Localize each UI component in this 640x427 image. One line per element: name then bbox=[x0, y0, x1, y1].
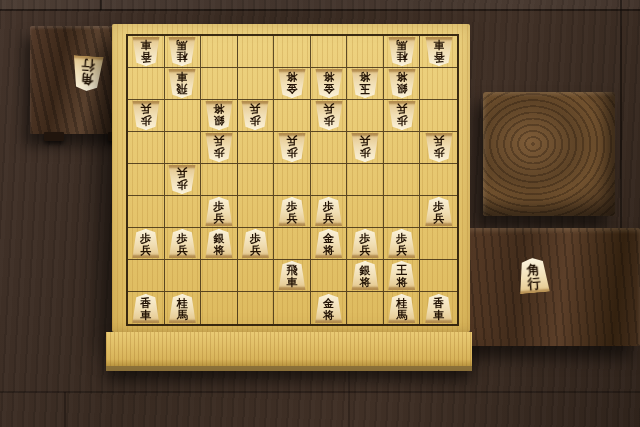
piece-kanji-char: 金 bbox=[323, 233, 334, 245]
piece-kanji-char: 歩 bbox=[250, 115, 261, 127]
piece-kanji: 金将 bbox=[323, 71, 334, 94]
piece-kanji-char: 兵 bbox=[433, 213, 444, 225]
piece-kanji-char: 金 bbox=[286, 83, 297, 95]
piece-kanji: 歩兵 bbox=[250, 233, 261, 256]
piece-kanji-char: 飛 bbox=[286, 265, 297, 277]
sente-piece-pawn[interactable]: 歩兵 bbox=[132, 229, 160, 258]
board-cell-6a[interactable] bbox=[238, 36, 275, 68]
board-cell-8g[interactable]: 歩兵 bbox=[165, 228, 202, 260]
piece-kanji: 金将 bbox=[323, 298, 334, 321]
piece-kanji-char: 歩 bbox=[433, 147, 444, 159]
piece-kanji-char: 歩 bbox=[396, 115, 407, 127]
board-cell-4i[interactable]: 金将 bbox=[311, 292, 348, 324]
board-cell-2c[interactable]: 歩兵 bbox=[384, 100, 421, 132]
piece-kanji-char: 将 bbox=[323, 71, 334, 83]
board-cell-5b[interactable]: 金将 bbox=[274, 68, 311, 100]
piece-kanji-char: 将 bbox=[213, 245, 224, 257]
board-cell-4g[interactable]: 金将 bbox=[311, 228, 348, 260]
board-cell-6i[interactable] bbox=[238, 292, 275, 324]
board-cell-3c[interactable] bbox=[347, 100, 384, 132]
piece-kanji: 王将 bbox=[396, 265, 407, 288]
board-cell-4h[interactable] bbox=[311, 260, 348, 292]
board-cell-8a[interactable]: 桂馬 bbox=[165, 36, 202, 68]
piece-kanji: 金将 bbox=[286, 71, 297, 94]
piece-kanji-char: 兵 bbox=[213, 135, 224, 147]
piece-kanji: 銀将 bbox=[213, 103, 224, 126]
piece-kanji-char: 玉 bbox=[360, 83, 371, 95]
sente-komadai: 角 行 bbox=[468, 228, 640, 346]
board-cell-9d[interactable] bbox=[128, 132, 165, 164]
board-cell-9c[interactable]: 歩兵 bbox=[128, 100, 165, 132]
piece-kanji-char: 歩 bbox=[250, 233, 261, 245]
piece-kanji: 歩兵 bbox=[433, 201, 444, 224]
piece-kanji: 香車 bbox=[433, 298, 444, 321]
piece-kanji: 歩兵 bbox=[177, 167, 188, 190]
gote-piece-silver[interactable]: 銀将 bbox=[205, 101, 233, 130]
board-cell-3g[interactable]: 歩兵 bbox=[347, 228, 384, 260]
board-cell-6g[interactable]: 歩兵 bbox=[238, 228, 275, 260]
board-cell-5g[interactable] bbox=[274, 228, 311, 260]
board-cell-6c[interactable]: 歩兵 bbox=[238, 100, 275, 132]
piece-kanji-char: 車 bbox=[177, 71, 188, 83]
piece-kanji-char: 将 bbox=[213, 103, 224, 115]
board-cell-4d[interactable] bbox=[311, 132, 348, 164]
board-cell-8h[interactable] bbox=[165, 260, 202, 292]
board-cell-5i[interactable] bbox=[274, 292, 311, 324]
board-cell-7g[interactable]: 銀将 bbox=[201, 228, 238, 260]
board-cell-2b[interactable]: 銀将 bbox=[384, 68, 421, 100]
board-cell-2a[interactable]: 桂馬 bbox=[384, 36, 421, 68]
piece-kanji: 歩兵 bbox=[140, 233, 151, 256]
gote-piece-pawn[interactable]: 歩兵 bbox=[241, 101, 269, 130]
board-front-edge bbox=[106, 332, 472, 371]
piece-kanji-char: 馬 bbox=[396, 310, 407, 322]
board-cell-8e[interactable]: 歩兵 bbox=[165, 164, 202, 196]
sente-piece-gold[interactable]: 金将 bbox=[315, 294, 343, 323]
board-cell-1h[interactable] bbox=[420, 260, 457, 292]
piece-kanji: 銀将 bbox=[360, 265, 371, 288]
table-surface: 角 行 角 行 香車桂馬桂馬香車飛車金将金将玉将銀将歩兵銀将歩兵歩兵歩兵歩兵歩兵… bbox=[0, 0, 640, 427]
sente-hand-piece-bishop[interactable]: 角 行 bbox=[517, 257, 551, 295]
gote-piece-lance[interactable]: 香車 bbox=[132, 37, 160, 66]
piece-kanji-bottom: 行 bbox=[527, 276, 541, 291]
board-cell-4a[interactable] bbox=[311, 36, 348, 68]
piece-kanji-char: 兵 bbox=[433, 135, 444, 147]
gote-piece-gold[interactable]: 金将 bbox=[315, 69, 343, 98]
piece-kanji-char: 兵 bbox=[213, 213, 224, 225]
sente-piece-pawn[interactable]: 歩兵 bbox=[278, 197, 306, 226]
piece-kanji: 歩兵 bbox=[213, 135, 224, 158]
board-cell-8d[interactable] bbox=[165, 132, 202, 164]
board-cell-1i[interactable]: 香車 bbox=[420, 292, 457, 324]
gote-piece-pawn[interactable]: 歩兵 bbox=[278, 133, 306, 162]
sente-piece-pawn[interactable]: 歩兵 bbox=[205, 197, 233, 226]
piece-kanji: 銀将 bbox=[213, 233, 224, 256]
piece-kanji-char: 飛 bbox=[177, 83, 188, 95]
piece-kanji-char: 歩 bbox=[177, 233, 188, 245]
piece-kanji-char: 銀 bbox=[213, 233, 224, 245]
board-cell-2f[interactable] bbox=[384, 196, 421, 228]
board-cell-5a[interactable] bbox=[274, 36, 311, 68]
piece-kanji-char: 将 bbox=[396, 277, 407, 289]
piece-kanji: 角 行 bbox=[526, 262, 541, 290]
piece-kanji-char: 兵 bbox=[140, 245, 151, 257]
piece-kanji: 歩兵 bbox=[177, 233, 188, 256]
piece-kanji-char: 兵 bbox=[323, 103, 334, 115]
piece-kanji-char: 香 bbox=[433, 298, 444, 310]
board-cell-3h[interactable]: 銀将 bbox=[347, 260, 384, 292]
board-cell-8b[interactable]: 飛車 bbox=[165, 68, 202, 100]
piece-kanji: 香車 bbox=[140, 298, 151, 321]
wood-plank-edge bbox=[0, 0, 640, 9]
sente-piece-pawn[interactable]: 歩兵 bbox=[351, 229, 379, 258]
piece-kanji-char: 兵 bbox=[396, 245, 407, 257]
piece-kanji-char: 桂 bbox=[396, 51, 407, 63]
board-cell-9h[interactable] bbox=[128, 260, 165, 292]
board-cell-6h[interactable] bbox=[238, 260, 275, 292]
piece-kanji: 歩兵 bbox=[250, 103, 261, 126]
board-cell-6f[interactable] bbox=[238, 196, 275, 228]
board-cell-7c[interactable]: 銀将 bbox=[201, 100, 238, 132]
piece-kanji-char: 歩 bbox=[213, 147, 224, 159]
piece-kanji-char: 香 bbox=[433, 51, 444, 63]
board-cell-1a[interactable]: 香車 bbox=[420, 36, 457, 68]
piece-kanji-char: 兵 bbox=[323, 213, 334, 225]
piece-kanji-char: 歩 bbox=[323, 201, 334, 213]
piece-kanji-top: 角 bbox=[80, 72, 94, 86]
piece-kanji-char: 車 bbox=[433, 39, 444, 51]
board-cell-9b[interactable] bbox=[128, 68, 165, 100]
gote-piece-rook[interactable]: 飛車 bbox=[168, 69, 196, 98]
wood-seam bbox=[64, 392, 66, 427]
piece-kanji-char: 王 bbox=[396, 265, 407, 277]
piece-kanji-char: 兵 bbox=[360, 245, 371, 257]
piece-kanji-char: 銀 bbox=[360, 265, 371, 277]
board-cell-1f[interactable]: 歩兵 bbox=[420, 196, 457, 228]
piece-kanji-char: 桂 bbox=[177, 51, 188, 63]
piece-kanji: 歩兵 bbox=[323, 201, 334, 224]
piece-kanji-char: 桂 bbox=[177, 298, 188, 310]
piece-kanji-char: 桂 bbox=[396, 298, 407, 310]
wood-seam bbox=[100, 0, 102, 10]
gote-piece-silver[interactable]: 銀将 bbox=[388, 69, 416, 98]
gote-piece-knight[interactable]: 桂馬 bbox=[388, 37, 416, 66]
piece-kanji-char: 銀 bbox=[396, 83, 407, 95]
board-cell-8c[interactable] bbox=[165, 100, 202, 132]
board-cell-2i[interactable]: 桂馬 bbox=[384, 292, 421, 324]
piece-kanji: 銀将 bbox=[396, 71, 407, 94]
piece-kanji: 飛車 bbox=[286, 265, 297, 288]
piece-kanji-char: 兵 bbox=[360, 135, 371, 147]
board-cell-7d[interactable]: 歩兵 bbox=[201, 132, 238, 164]
board-cell-9g[interactable]: 歩兵 bbox=[128, 228, 165, 260]
board-cell-4f[interactable]: 歩兵 bbox=[311, 196, 348, 228]
board-cell-1b[interactable] bbox=[420, 68, 457, 100]
board-cell-6d[interactable] bbox=[238, 132, 275, 164]
board-cell-1c[interactable] bbox=[420, 100, 457, 132]
piece-kanji-char: 車 bbox=[433, 310, 444, 322]
piece-kanji-char: 歩 bbox=[360, 233, 371, 245]
board-cell-5f[interactable]: 歩兵 bbox=[274, 196, 311, 228]
piece-kanji-char: 歩 bbox=[286, 201, 297, 213]
board-cell-4b[interactable]: 金将 bbox=[311, 68, 348, 100]
board-cell-7b[interactable] bbox=[201, 68, 238, 100]
piece-kanji-char: 将 bbox=[360, 277, 371, 289]
board-cell-6e[interactable] bbox=[238, 164, 275, 196]
sente-piece-rook[interactable]: 飛車 bbox=[278, 261, 306, 290]
piece-kanji-char: 兵 bbox=[286, 135, 297, 147]
piece-kanji: 歩兵 bbox=[213, 201, 224, 224]
board-cell-3a[interactable] bbox=[347, 36, 384, 68]
piece-kanji-char: 金 bbox=[323, 83, 334, 95]
sente-piece-pawn[interactable]: 歩兵 bbox=[315, 197, 343, 226]
piece-kanji: 飛車 bbox=[177, 71, 188, 94]
piece-kanji-char: 車 bbox=[140, 39, 151, 51]
wood-seam bbox=[0, 9, 640, 11]
board-cell-9a[interactable]: 香車 bbox=[128, 36, 165, 68]
piece-kanji-bottom: 行 bbox=[81, 59, 95, 73]
piece-kanji: 歩兵 bbox=[396, 233, 407, 256]
piece-kanji: 歩兵 bbox=[140, 103, 151, 126]
board-cell-3b[interactable]: 玉将 bbox=[347, 68, 384, 100]
board-cell-3e[interactable] bbox=[347, 164, 384, 196]
piece-kanji-char: 歩 bbox=[433, 201, 444, 213]
piece-kanji: 歩兵 bbox=[286, 135, 297, 158]
piece-kanji-char: 歩 bbox=[177, 179, 188, 191]
piece-kanji-char: 歩 bbox=[323, 115, 334, 127]
gote-piece-pawn[interactable]: 歩兵 bbox=[315, 101, 343, 130]
piece-kanji: 歩兵 bbox=[360, 135, 371, 158]
board-cell-9i[interactable]: 香車 bbox=[128, 292, 165, 324]
board-cell-1d[interactable]: 歩兵 bbox=[420, 132, 457, 164]
shogi-board: 香車桂馬桂馬香車飛車金将金将玉将銀将歩兵銀将歩兵歩兵歩兵歩兵歩兵歩兵歩兵歩兵歩兵… bbox=[112, 24, 470, 332]
piece-kanji-char: 将 bbox=[286, 71, 297, 83]
piece-kanji: 桂馬 bbox=[177, 39, 188, 62]
sente-piece-gold[interactable]: 金将 bbox=[315, 229, 343, 258]
piece-kanji: 玉将 bbox=[360, 71, 371, 94]
gote-piece-pawn[interactable]: 歩兵 bbox=[205, 133, 233, 162]
gote-piece-knight[interactable]: 桂馬 bbox=[168, 37, 196, 66]
board-cell-5c[interactable] bbox=[274, 100, 311, 132]
piece-kanji-char: 馬 bbox=[396, 39, 407, 51]
board-cell-8f[interactable] bbox=[165, 196, 202, 228]
piece-kanji: 金将 bbox=[323, 233, 334, 256]
board-cell-7h[interactable] bbox=[201, 260, 238, 292]
piece-kanji-char: 将 bbox=[323, 245, 334, 257]
komadai-foot bbox=[44, 132, 64, 141]
board-cell-3i[interactable] bbox=[347, 292, 384, 324]
board-cell-3f[interactable] bbox=[347, 196, 384, 228]
piece-kanji: 歩兵 bbox=[286, 201, 297, 224]
sente-piece-silver[interactable]: 銀将 bbox=[351, 261, 379, 290]
board-cell-7e[interactable] bbox=[201, 164, 238, 196]
sente-piece-pawn[interactable]: 歩兵 bbox=[425, 197, 453, 226]
board-cell-9e[interactable] bbox=[128, 164, 165, 196]
sente-piece-knight[interactable]: 桂馬 bbox=[388, 294, 416, 323]
board-cell-2e[interactable] bbox=[384, 164, 421, 196]
gote-piece-gold[interactable]: 金将 bbox=[278, 69, 306, 98]
piece-kanji-char: 歩 bbox=[360, 147, 371, 159]
sente-piece-lance[interactable]: 香車 bbox=[132, 294, 160, 323]
board-cell-5e[interactable] bbox=[274, 164, 311, 196]
board-cell-7f[interactable]: 歩兵 bbox=[201, 196, 238, 228]
gote-piece-lance[interactable]: 香車 bbox=[425, 37, 453, 66]
piece-kanji: 桂馬 bbox=[396, 298, 407, 321]
gote-piece-pawn[interactable]: 歩兵 bbox=[351, 133, 379, 162]
board-cell-8i[interactable]: 桂馬 bbox=[165, 292, 202, 324]
piece-kanji-char: 車 bbox=[140, 310, 151, 322]
piece-kanji: 歩兵 bbox=[360, 233, 371, 256]
gote-piece-king[interactable]: 玉将 bbox=[351, 69, 379, 98]
board-cell-4c[interactable]: 歩兵 bbox=[311, 100, 348, 132]
piece-kanji-char: 歩 bbox=[286, 147, 297, 159]
board-cell-5d[interactable]: 歩兵 bbox=[274, 132, 311, 164]
board-cell-7i[interactable] bbox=[201, 292, 238, 324]
piece-kanji-char: 香 bbox=[140, 51, 151, 63]
piece-kanji-char: 馬 bbox=[177, 310, 188, 322]
board-cell-9f[interactable] bbox=[128, 196, 165, 228]
piece-kanji-char: 兵 bbox=[140, 103, 151, 115]
piece-kanji-char: 兵 bbox=[177, 167, 188, 179]
gote-piece-pawn[interactable]: 歩兵 bbox=[388, 101, 416, 130]
piece-kanji-char: 銀 bbox=[213, 115, 224, 127]
piece-kanji-char: 将 bbox=[323, 310, 334, 322]
sente-piece-pawn[interactable]: 歩兵 bbox=[388, 229, 416, 258]
sente-piece-pawn[interactable]: 歩兵 bbox=[168, 229, 196, 258]
board-cell-1e[interactable] bbox=[420, 164, 457, 196]
piece-kanji-char: 歩 bbox=[140, 233, 151, 245]
piece-kanji-char: 兵 bbox=[250, 103, 261, 115]
piece-kanji: 桂馬 bbox=[177, 298, 188, 321]
board-cell-2h[interactable]: 王将 bbox=[384, 260, 421, 292]
piece-kanji-char: 歩 bbox=[140, 115, 151, 127]
board-cell-7a[interactable] bbox=[201, 36, 238, 68]
piece-kanji-char: 将 bbox=[396, 71, 407, 83]
wood-seam bbox=[0, 391, 640, 393]
piece-kanji-char: 兵 bbox=[250, 245, 261, 257]
piece-kanji: 歩兵 bbox=[396, 103, 407, 126]
piece-box bbox=[483, 92, 615, 216]
piece-kanji-char: 金 bbox=[323, 298, 334, 310]
piece-kanji: 角 行 bbox=[80, 59, 95, 87]
sente-piece-king[interactable]: 王将 bbox=[388, 261, 416, 290]
gote-hand-piece-bishop[interactable]: 角 行 bbox=[71, 55, 104, 92]
piece-kanji: 香車 bbox=[433, 39, 444, 62]
board-cell-1g[interactable] bbox=[420, 228, 457, 260]
wood-seam bbox=[348, 368, 350, 427]
piece-kanji: 香車 bbox=[140, 39, 151, 62]
board-cell-5h[interactable]: 飛車 bbox=[274, 260, 311, 292]
gote-piece-pawn[interactable]: 歩兵 bbox=[425, 133, 453, 162]
wood-seam bbox=[620, 0, 622, 230]
sente-piece-pawn[interactable]: 歩兵 bbox=[241, 229, 269, 258]
piece-kanji-char: 兵 bbox=[396, 103, 407, 115]
piece-kanji-char: 将 bbox=[360, 71, 371, 83]
board-cell-2d[interactable] bbox=[384, 132, 421, 164]
board-cell-4e[interactable] bbox=[311, 164, 348, 196]
piece-kanji-char: 歩 bbox=[396, 233, 407, 245]
piece-kanji-char: 歩 bbox=[213, 201, 224, 213]
board-cell-6b[interactable] bbox=[238, 68, 275, 100]
piece-kanji-char: 兵 bbox=[177, 245, 188, 257]
piece-kanji-char: 兵 bbox=[286, 213, 297, 225]
piece-kanji-char: 馬 bbox=[177, 39, 188, 51]
board-grid: 香車桂馬桂馬香車飛車金将金将玉将銀将歩兵銀将歩兵歩兵歩兵歩兵歩兵歩兵歩兵歩兵歩兵… bbox=[126, 34, 459, 326]
piece-kanji-char: 車 bbox=[286, 277, 297, 289]
piece-kanji: 桂馬 bbox=[396, 39, 407, 62]
piece-kanji-char: 香 bbox=[140, 298, 151, 310]
gote-piece-pawn[interactable]: 歩兵 bbox=[168, 165, 196, 194]
sente-piece-lance[interactable]: 香車 bbox=[425, 294, 453, 323]
board-cell-2g[interactable]: 歩兵 bbox=[384, 228, 421, 260]
gote-piece-pawn[interactable]: 歩兵 bbox=[132, 101, 160, 130]
board-cell-3d[interactable]: 歩兵 bbox=[347, 132, 384, 164]
sente-piece-silver[interactable]: 銀将 bbox=[205, 229, 233, 258]
sente-piece-knight[interactable]: 桂馬 bbox=[168, 294, 196, 323]
piece-kanji: 歩兵 bbox=[323, 103, 334, 126]
piece-kanji: 歩兵 bbox=[433, 135, 444, 158]
